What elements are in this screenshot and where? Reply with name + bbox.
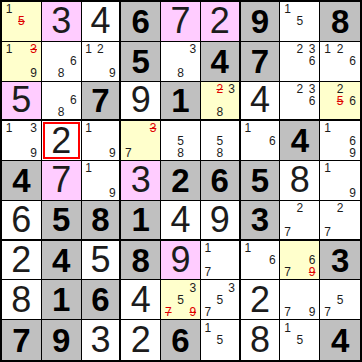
given-digit: 5: [132, 45, 150, 78]
given-digit: 6: [171, 324, 189, 357]
cell-r3c1[interactable]: 5: [2, 82, 42, 122]
given-digit: 7: [251, 45, 269, 78]
candidate-3: 3: [226, 83, 238, 95]
candidate-7: 7: [202, 266, 214, 278]
candidate-9: 9: [28, 67, 40, 79]
cell-r5c6[interactable]: 6: [201, 161, 241, 201]
cell-r6c4[interactable]: 1: [121, 201, 161, 241]
pencil-marks: 15: [280, 320, 319, 360]
given-digit: 9: [251, 5, 269, 38]
given-digit: 6: [91, 283, 109, 316]
candidate-1: 1: [281, 3, 293, 15]
candidate-7: 7: [122, 147, 134, 159]
pencil-marks: 58: [161, 121, 200, 160]
solved-digit: 4: [90, 3, 110, 39]
cell-r2c9[interactable]: 126: [320, 42, 360, 82]
cell-r7c7[interactable]: 16: [241, 241, 281, 281]
given-digit: 2: [171, 164, 189, 197]
cell-r9c5[interactable]: 6: [161, 320, 201, 360]
candidate-7: 7: [321, 226, 334, 238]
candidate-7: 7: [321, 306, 334, 318]
cell-r5c7[interactable]: 5: [241, 161, 281, 201]
candidate-5: 5: [294, 15, 306, 27]
cell-r1c6[interactable]: 2: [201, 2, 241, 42]
cell-r4c4[interactable]: 37: [121, 121, 161, 161]
pencil-marks: 126: [320, 42, 360, 81]
cell-r4c8[interactable]: 4: [280, 121, 320, 161]
candidate-6: 6: [266, 254, 278, 266]
cell-r9c2[interactable]: 9: [42, 320, 82, 360]
cell-r9c9[interactable]: 4: [320, 320, 360, 360]
cell-r7c6[interactable]: 17: [201, 241, 241, 281]
solved-digit: 5: [11, 82, 31, 118]
candidate-1: 1: [242, 122, 254, 134]
pencil-marks: 58: [201, 121, 239, 160]
candidate-3: 3: [187, 281, 199, 293]
given-digit: 4: [12, 164, 30, 197]
cell-r3c9[interactable]: 256: [320, 82, 360, 122]
solved-digit: 9: [210, 202, 230, 238]
cell-r5c4[interactable]: 3: [121, 161, 161, 201]
cell-r4c7[interactable]: 16: [241, 121, 281, 161]
candidate-1: 1: [321, 162, 334, 174]
candidate-9: 9: [106, 67, 118, 79]
struck-candidate-9: 9: [187, 306, 199, 318]
candidate-6: 6: [306, 95, 318, 107]
cell-r1c1[interactable]: 15: [2, 2, 42, 42]
solved-digit: 9: [170, 242, 190, 278]
given-digit: 8: [132, 244, 150, 277]
pencil-marks: 19: [320, 161, 360, 200]
cell-r4c6[interactable]: 58: [201, 121, 241, 161]
pencil-marks: 3579: [161, 280, 200, 319]
cell-r2c8[interactable]: 236: [280, 42, 320, 82]
candidate-6: 6: [306, 55, 318, 67]
candidate-9: 9: [106, 187, 118, 199]
candidate-7: 7: [281, 226, 293, 238]
candidate-6: 6: [346, 95, 359, 107]
given-digit: 1: [132, 203, 150, 236]
solved-digit: 3: [131, 162, 151, 198]
cell-r8c9[interactable]: 57: [320, 280, 360, 320]
candidate-7: 7: [281, 306, 293, 318]
solved-digit: 3: [90, 322, 110, 358]
cell-r9c6[interactable]: 15: [201, 320, 241, 360]
candidate-9: 9: [106, 147, 118, 159]
sudoku-board: 1534672915813968129538472361265687912384…: [0, 0, 362, 362]
pencil-marks: 129: [82, 42, 120, 81]
pencil-marks: 79: [280, 280, 319, 319]
candidate-3: 3: [187, 43, 199, 55]
cell-r1c3[interactable]: 4: [82, 2, 122, 42]
struck-candidate-7: 7: [162, 306, 174, 318]
cell-r1c5[interactable]: 7: [161, 2, 201, 42]
pencil-marks: 38: [161, 42, 200, 81]
cell-r9c8[interactable]: 15: [280, 320, 320, 360]
candidate-5: 5: [214, 294, 226, 306]
cell-r8c1[interactable]: 8: [2, 280, 42, 320]
cell-r4c5[interactable]: 58: [161, 121, 201, 161]
candidate-5: 5: [174, 135, 186, 147]
pencil-marks: 17: [201, 241, 239, 280]
cell-r3c3[interactable]: 7: [82, 82, 122, 122]
candidate-8: 8: [55, 106, 67, 118]
cell-r6c1[interactable]: 6: [2, 201, 42, 241]
solved-digit: 7: [170, 3, 190, 39]
candidate-8: 8: [214, 106, 226, 118]
candidate-7: 7: [281, 266, 293, 278]
struck-candidate-3: 3: [28, 43, 40, 55]
candidate-7: 7: [202, 306, 214, 318]
candidate-1: 1: [3, 43, 15, 55]
cell-r6c6[interactable]: 9: [201, 201, 241, 241]
cell-r8c2[interactable]: 1: [42, 280, 82, 320]
cell-r6c7[interactable]: 3: [241, 201, 281, 241]
cell-r7c2[interactable]: 4: [42, 241, 82, 281]
pencil-marks: 139: [2, 121, 41, 160]
solved-digit: 3: [51, 3, 71, 39]
candidate-9: 9: [306, 306, 318, 318]
candidate-9: 9: [28, 147, 40, 159]
cell-r2c6[interactable]: 4: [201, 42, 241, 82]
given-digit: 3: [331, 244, 349, 277]
cell-r8c7[interactable]: 2: [241, 280, 281, 320]
cell-r4c9[interactable]: 169: [320, 121, 360, 161]
struck-candidate-9: 9: [306, 266, 318, 278]
candidate-2: 2: [334, 202, 347, 214]
candidate-5: 5: [214, 334, 226, 347]
solved-digit: 7: [51, 162, 71, 198]
solved-digit: 2: [210, 3, 230, 39]
pencil-marks: 19: [82, 121, 120, 160]
struck-candidate-5: 5: [15, 15, 27, 27]
cell-r3c2[interactable]: 68: [42, 82, 82, 122]
candidate-2: 2: [294, 202, 306, 214]
candidate-1: 1: [83, 122, 95, 134]
cell-r7c3[interactable]: 5: [82, 241, 122, 281]
solved-digit: 8: [290, 162, 310, 198]
cell-r5c2[interactable]: 7: [42, 161, 82, 201]
candidate-3: 3: [226, 281, 238, 293]
cell-r2c2[interactable]: 68: [42, 42, 82, 82]
candidate-6: 6: [346, 135, 359, 147]
cell-r3c6[interactable]: 238: [201, 82, 241, 122]
given-digit: 8: [331, 5, 349, 38]
pencil-marks: 679: [280, 241, 319, 280]
given-digit: 4: [52, 244, 70, 277]
struck-candidate-3: 3: [147, 122, 159, 134]
given-digit: 5: [251, 164, 269, 197]
struck-candidate-2: 2: [214, 83, 226, 95]
solved-digit: 2: [51, 123, 71, 159]
struck-candidate-5: 5: [334, 95, 347, 107]
pencil-marks: 57: [320, 280, 360, 319]
cell-r8c4[interactable]: 4: [121, 280, 161, 320]
pencil-marks: 236: [280, 82, 319, 120]
candidate-1: 1: [202, 321, 214, 334]
pencil-marks: 37: [121, 121, 160, 160]
given-digit: 1: [171, 84, 189, 117]
pencil-marks: 16: [241, 241, 280, 280]
solved-digit: 6: [11, 202, 31, 238]
candidate-1: 1: [202, 242, 214, 254]
cell-r2c7[interactable]: 7: [241, 42, 281, 82]
candidate-8: 8: [214, 147, 226, 159]
cell-r2c3[interactable]: 129: [82, 42, 122, 82]
cell-r5c8[interactable]: 8: [280, 161, 320, 201]
cell-r4c1[interactable]: 139: [2, 121, 42, 161]
candidate-5: 5: [334, 294, 347, 306]
candidate-1: 1: [321, 122, 334, 134]
pencil-marks: 169: [320, 121, 360, 160]
cell-r1c4[interactable]: 6: [121, 2, 161, 42]
cell-r6c3[interactable]: 8: [82, 201, 122, 241]
candidate-3: 3: [28, 122, 40, 134]
pencil-marks: 139: [2, 42, 41, 81]
pencil-marks: 27: [280, 201, 319, 239]
candidate-1: 1: [83, 162, 95, 174]
candidate-2: 2: [94, 43, 106, 55]
candidate-9: 9: [346, 147, 359, 159]
solved-digit: 4: [170, 202, 190, 238]
solved-digit: 2: [250, 282, 270, 318]
cell-r5c9[interactable]: 19: [320, 161, 360, 201]
candidate-6: 6: [67, 55, 79, 67]
cell-r6c5[interactable]: 4: [161, 201, 201, 241]
given-digit: 8: [91, 203, 109, 236]
candidate-2: 2: [334, 83, 347, 95]
cell-r9c4[interactable]: 2: [121, 320, 161, 360]
cell-r5c5[interactable]: 2: [161, 161, 201, 201]
solved-digit: 8: [11, 282, 31, 318]
cell-r7c4[interactable]: 8: [121, 241, 161, 281]
cell-r2c1[interactable]: 139: [2, 42, 42, 82]
cell-r8c5[interactable]: 3579: [161, 280, 201, 320]
candidate-8: 8: [174, 147, 186, 159]
cell-r9c3[interactable]: 3: [82, 320, 122, 360]
candidate-6: 6: [67, 94, 79, 106]
candidate-8: 8: [55, 67, 67, 79]
cell-r3c5[interactable]: 1: [161, 82, 201, 122]
solved-digit: 4: [250, 82, 270, 118]
cell-r8c6[interactable]: 357: [201, 280, 241, 320]
candidate-6: 6: [346, 55, 359, 67]
pencil-marks: 357: [201, 280, 239, 319]
candidate-3: 3: [306, 83, 318, 95]
candidate-5: 5: [294, 334, 306, 347]
given-digit: 4: [331, 324, 349, 357]
cell-r1c9[interactable]: 8: [320, 2, 360, 42]
pencil-marks: 236: [280, 42, 319, 81]
given-digit: 6: [211, 164, 229, 197]
cell-r4c2[interactable]: 2: [42, 121, 82, 161]
candidate-2: 2: [334, 43, 347, 55]
candidate-1: 1: [3, 3, 15, 15]
given-digit: 6: [132, 5, 150, 38]
cell-r6c9[interactable]: 27: [320, 201, 360, 241]
cell-r5c1[interactable]: 4: [2, 161, 42, 201]
cell-r3c7[interactable]: 4: [241, 82, 281, 122]
candidate-1: 1: [281, 321, 293, 334]
given-digit: 4: [211, 45, 229, 78]
cell-r3c4[interactable]: 9: [121, 82, 161, 122]
solved-digit: 2: [11, 242, 31, 278]
solved-digit: 5: [90, 242, 110, 278]
given-digit: 4: [291, 124, 309, 157]
cell-r7c8[interactable]: 679: [280, 241, 320, 281]
solved-digit: 9: [131, 82, 151, 118]
candidate-5: 5: [174, 294, 186, 306]
pencil-marks: 15: [201, 320, 239, 360]
cell-r7c9[interactable]: 3: [320, 241, 360, 281]
candidate-1: 1: [321, 43, 334, 55]
pencil-marks: 16: [241, 121, 280, 160]
candidate-6: 6: [266, 135, 278, 147]
cell-r1c2[interactable]: 3: [42, 2, 82, 42]
pencil-marks: 68: [42, 42, 81, 81]
given-digit: 7: [91, 84, 109, 117]
cell-r8c3[interactable]: 6: [82, 280, 122, 320]
solved-digit: 4: [131, 282, 151, 318]
pencil-marks: 19: [82, 161, 120, 200]
given-digit: 9: [52, 324, 70, 357]
given-digit: 3: [251, 203, 269, 236]
candidate-1: 1: [83, 43, 95, 55]
cell-r6c8[interactable]: 27: [280, 201, 320, 241]
cell-r9c1[interactable]: 7: [2, 320, 42, 360]
candidate-8: 8: [174, 67, 186, 79]
solved-digit: 2: [131, 322, 151, 358]
cell-r7c5[interactable]: 9: [161, 241, 201, 281]
pencil-marks: 68: [42, 82, 81, 120]
candidate-2: 2: [294, 43, 306, 55]
cell-r6c2[interactable]: 5: [42, 201, 82, 241]
candidate-2: 2: [294, 83, 306, 95]
cell-r1c8[interactable]: 15: [280, 2, 320, 42]
candidate-9: 9: [346, 187, 359, 199]
given-digit: 5: [52, 203, 70, 236]
cell-r2c5[interactable]: 38: [161, 42, 201, 82]
cell-r5c3[interactable]: 19: [82, 161, 122, 201]
pencil-marks: 15: [2, 2, 41, 41]
pencil-marks: 256: [320, 82, 360, 120]
cell-r7c1[interactable]: 2: [2, 241, 42, 281]
pencil-marks: 238: [201, 82, 239, 120]
candidate-1: 1: [242, 242, 254, 254]
cell-r9c7[interactable]: 8: [241, 320, 281, 360]
given-digit: 1: [52, 283, 70, 316]
cell-r8c8[interactable]: 79: [280, 280, 320, 320]
cell-r4c3[interactable]: 19: [82, 121, 122, 161]
given-digit: 7: [12, 324, 30, 357]
pencil-marks: 15: [280, 2, 319, 41]
cell-r2c4[interactable]: 5: [121, 42, 161, 82]
candidate-1: 1: [3, 122, 15, 134]
candidate-5: 5: [214, 135, 226, 147]
pencil-marks: 27: [320, 201, 360, 239]
cell-r3c8[interactable]: 236: [280, 82, 320, 122]
solved-digit: 8: [250, 322, 270, 358]
cell-r1c7[interactable]: 9: [241, 2, 281, 42]
